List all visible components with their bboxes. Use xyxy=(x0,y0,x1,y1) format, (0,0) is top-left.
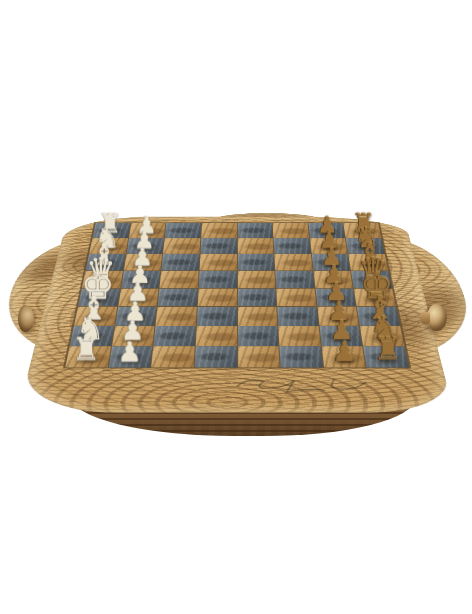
square-r0c3[interactable] xyxy=(201,223,236,238)
square-r5c2[interactable] xyxy=(156,307,197,326)
piece-bR[interactable]: ♜ xyxy=(373,334,401,365)
square-r5c4[interactable] xyxy=(238,307,278,326)
chess-board: ♜♟♟♜♞♟♟♞♝♟♟♝♛♟♟♛♚♟♟♚♝♟♟♝♞♟♟♞♜♟♟♜ xyxy=(64,223,410,368)
square-r4c4[interactable] xyxy=(237,288,276,306)
square-r0c2[interactable] xyxy=(165,223,201,238)
piece-wP[interactable]: ♟ xyxy=(117,338,141,365)
square-r1c4[interactable] xyxy=(237,238,273,254)
square-r7c5[interactable] xyxy=(280,347,323,368)
square-r7c3[interactable] xyxy=(195,347,237,368)
square-r7c4[interactable] xyxy=(238,347,280,368)
square-r7c7[interactable]: ♜ xyxy=(364,347,409,368)
square-r2c3[interactable] xyxy=(199,254,236,270)
square-r6c3[interactable] xyxy=(196,326,237,346)
square-r2c4[interactable] xyxy=(237,254,274,270)
square-r3c3[interactable] xyxy=(199,271,237,288)
square-r5c3[interactable] xyxy=(197,307,237,326)
perspective-stage: ♜♟♟♜♞♟♟♞♝♟♟♝♛♟♟♛♚♟♟♚♝♟♟♝♞♟♟♞♜♟♟♜ xyxy=(0,0,472,614)
square-r3c5[interactable] xyxy=(275,271,314,288)
square-r4c5[interactable] xyxy=(276,288,316,306)
square-r3c4[interactable] xyxy=(237,271,275,288)
square-r0c5[interactable] xyxy=(273,223,309,238)
square-r7c2[interactable] xyxy=(151,347,194,368)
square-r2c5[interactable] xyxy=(274,254,312,270)
square-r5c5[interactable] xyxy=(277,307,318,326)
piece-bP[interactable]: ♟ xyxy=(332,338,356,365)
square-r1c3[interactable] xyxy=(200,238,236,254)
square-r7c6[interactable]: ♟ xyxy=(322,347,366,368)
square-r1c5[interactable] xyxy=(274,238,311,254)
square-r6c5[interactable] xyxy=(278,326,320,346)
square-r4c2[interactable] xyxy=(158,288,198,306)
piece-wR[interactable]: ♜ xyxy=(73,334,101,365)
square-r6c2[interactable] xyxy=(154,326,196,346)
square-r7c1[interactable]: ♟ xyxy=(108,347,152,368)
board-slab: ♜♟♟♜♞♟♟♞♝♟♟♝♛♟♟♛♚♟♟♚♝♟♟♝♞♟♟♞♜♟♟♜ xyxy=(18,217,454,413)
square-r1c2[interactable] xyxy=(163,238,200,254)
square-r6c4[interactable] xyxy=(238,326,279,346)
square-r4c3[interactable] xyxy=(198,288,237,306)
square-r3c2[interactable] xyxy=(160,271,199,288)
square-r7c0[interactable]: ♜ xyxy=(65,347,110,368)
chess-set-photo: ♜♟♟♜♞♟♟♞♝♟♟♝♛♟♟♛♚♟♟♚♝♟♟♝♞♟♟♞♜♟♟♜ xyxy=(0,0,472,614)
square-r2c2[interactable] xyxy=(162,254,200,270)
square-r0c4[interactable] xyxy=(237,223,272,238)
